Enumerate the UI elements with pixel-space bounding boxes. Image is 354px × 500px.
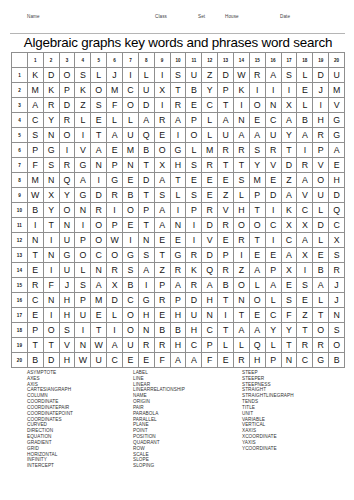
grid-cell-r4c6[interactable]: L [107, 113, 122, 127]
grid-cell-r19c20[interactable]: O [329, 338, 344, 352]
grid-cell-r2c9[interactable]: X [155, 83, 170, 97]
grid-cell-r17c1[interactable]: E [28, 308, 43, 322]
grid-cell-r7c4[interactable]: G [75, 158, 90, 172]
grid-cell-r9c17[interactable]: A [282, 188, 297, 202]
grid-cell-r14c6[interactable]: R [107, 263, 122, 277]
grid-cell-r1c4[interactable]: S [75, 68, 90, 82]
grid-cell-r6c8[interactable]: B [139, 143, 154, 157]
grid-cell-r8c15[interactable]: M [250, 173, 265, 187]
grid-cell-r8c7[interactable]: E [123, 173, 138, 187]
grid-cell-r1c14[interactable]: W [234, 68, 249, 82]
grid-cell-r14c3[interactable]: U [60, 263, 75, 277]
grid-cell-r13c13[interactable]: P [218, 248, 233, 262]
grid-cell-r10c6[interactable]: I [107, 203, 122, 217]
grid-cell-r17c15[interactable]: E [250, 308, 265, 322]
grid-cell-r20c10[interactable]: A [171, 353, 186, 367]
grid-cell-r4c16[interactable]: C [266, 113, 281, 127]
grid-cell-r1c5[interactable]: L [91, 68, 106, 82]
grid-cell-r3c18[interactable]: L [297, 98, 312, 112]
grid-cell-r10c4[interactable]: N [75, 203, 90, 217]
grid-cell-r12c18[interactable]: A [297, 233, 312, 247]
grid-cell-r16c1[interactable]: C [28, 293, 43, 307]
grid-cell-r8c10[interactable]: T [171, 173, 186, 187]
grid-cell-r14c1[interactable]: E [28, 263, 43, 277]
grid-cell-r7c15[interactable]: Y [250, 158, 265, 172]
grid-cell-r18c3[interactable]: S [60, 323, 75, 337]
grid-cell-r13c16[interactable]: E [266, 248, 281, 262]
grid-cell-r3c12[interactable]: C [202, 98, 217, 112]
grid-cell-r7c20[interactable]: E [329, 158, 344, 172]
grid-cell-r14c4[interactable]: L [75, 263, 90, 277]
grid-cell-r17c14[interactable]: T [234, 308, 249, 322]
grid-cell-r2c4[interactable]: K [75, 83, 90, 97]
grid-cell-r1c13[interactable]: D [218, 68, 233, 82]
grid-cell-r1c17[interactable]: S [282, 68, 297, 82]
grid-cell-r13c5[interactable]: C [91, 248, 106, 262]
grid-cell-r15c3[interactable]: J [60, 278, 75, 292]
grid-cell-r5c10[interactable]: I [171, 128, 186, 142]
grid-cell-r5c15[interactable]: A [250, 128, 265, 142]
grid-cell-r9c10[interactable]: L [171, 188, 186, 202]
grid-cell-r15c1[interactable]: R [28, 278, 43, 292]
grid-cell-r4c15[interactable]: E [250, 113, 265, 127]
grid-cell-r19c4[interactable]: N [75, 338, 90, 352]
grid-cell-r11c19[interactable]: D [313, 218, 328, 232]
grid-cell-r2c11[interactable]: B [186, 83, 201, 97]
grid-cell-r5c20[interactable]: G [329, 128, 344, 142]
grid-cell-r20c15[interactable]: H [250, 353, 265, 367]
grid-cell-r6c6[interactable]: E [107, 143, 122, 157]
grid-cell-r15c4[interactable]: S [75, 278, 90, 292]
grid-cell-r15c13[interactable]: B [218, 278, 233, 292]
grid-cell-r10c3[interactable]: O [60, 203, 75, 217]
grid-cell-r8c11[interactable]: E [186, 173, 201, 187]
grid-cell-r5c9[interactable]: E [155, 128, 170, 142]
grid-cell-r5c7[interactable]: U [123, 128, 138, 142]
grid-cell-r19c11[interactable]: C [186, 338, 201, 352]
grid-cell-r16c16[interactable]: L [266, 293, 281, 307]
grid-cell-r18c12[interactable]: C [202, 323, 217, 337]
grid-cell-r2c8[interactable]: U [139, 83, 154, 97]
grid-cell-r6c3[interactable]: I [60, 143, 75, 157]
grid-cell-r9c7[interactable]: B [123, 188, 138, 202]
grid-cell-r9c8[interactable]: T [139, 188, 154, 202]
grid-cell-r15c7[interactable]: B [123, 278, 138, 292]
grid-cell-r6c5[interactable]: A [91, 143, 106, 157]
grid-cell-r1c19[interactable]: D [313, 68, 328, 82]
grid-cell-r18c9[interactable]: B [155, 323, 170, 337]
grid-cell-r11c9[interactable]: A [155, 218, 170, 232]
grid-cell-r12c20[interactable]: X [329, 233, 344, 247]
grid-cell-r9c4[interactable]: G [75, 188, 90, 202]
grid-cell-r12c9[interactable]: E [155, 233, 170, 247]
grid-cell-r8c3[interactable]: Q [60, 173, 75, 187]
grid-cell-r11c12[interactable]: D [202, 218, 217, 232]
grid-cell-r10c19[interactable]: L [313, 203, 328, 217]
grid-cell-r6c18[interactable]: I [297, 143, 312, 157]
grid-cell-r7c19[interactable]: V [313, 158, 328, 172]
grid-cell-r13c7[interactable]: G [123, 248, 138, 262]
grid-cell-r20c16[interactable]: P [266, 353, 281, 367]
grid-cell-r16c3[interactable]: H [60, 293, 75, 307]
grid-cell-r11c18[interactable]: X [297, 218, 312, 232]
grid-cell-r19c16[interactable]: L [266, 338, 281, 352]
grid-cell-r12c17[interactable]: C [282, 233, 297, 247]
grid-cell-r5c1[interactable]: S [28, 128, 43, 142]
grid-cell-r7c9[interactable]: X [155, 158, 170, 172]
grid-cell-r4c2[interactable]: Y [44, 113, 59, 127]
grid-cell-r2c17[interactable]: I [282, 83, 297, 97]
grid-cell-r1c6[interactable]: J [107, 68, 122, 82]
grid-cell-r6c9[interactable]: O [155, 143, 170, 157]
grid-cell-r3c3[interactable]: D [60, 98, 75, 112]
grid-cell-r11c1[interactable]: I [28, 218, 43, 232]
grid-cell-r5c17[interactable]: Y [282, 128, 297, 142]
grid-cell-r19c13[interactable]: L [218, 338, 233, 352]
grid-cell-r20c14[interactable]: R [234, 353, 249, 367]
grid-cell-r18c20[interactable]: S [329, 323, 344, 337]
grid-cell-r3c9[interactable]: I [155, 98, 170, 112]
grid-cell-r1c3[interactable]: O [60, 68, 75, 82]
grid-cell-r14c19[interactable]: B [313, 263, 328, 277]
grid-cell-r3c1[interactable]: A [28, 98, 43, 112]
grid-cell-r3c5[interactable]: S [91, 98, 106, 112]
grid-cell-r9c14[interactable]: L [234, 188, 249, 202]
grid-cell-r10c11[interactable]: P [186, 203, 201, 217]
grid-cell-r3c19[interactable]: I [313, 98, 328, 112]
grid-cell-r4c5[interactable]: E [91, 113, 106, 127]
grid-cell-r17c13[interactable]: I [218, 308, 233, 322]
grid-cell-r10c10[interactable]: I [171, 203, 186, 217]
grid-cell-r11c6[interactable]: P [107, 218, 122, 232]
grid-cell-r19c19[interactable]: R [313, 338, 328, 352]
grid-cell-r17c17[interactable]: F [282, 308, 297, 322]
grid-cell-r6c14[interactable]: R [234, 143, 249, 157]
grid-cell-r4c18[interactable]: B [297, 113, 312, 127]
grid-cell-r6c13[interactable]: R [218, 143, 233, 157]
grid-cell-r6c17[interactable]: T [282, 143, 297, 157]
grid-cell-r14c14[interactable]: Z [234, 263, 249, 277]
grid-cell-r20c3[interactable]: H [60, 353, 75, 367]
grid-cell-r16c2[interactable]: N [44, 293, 59, 307]
grid-cell-r20c12[interactable]: F [202, 353, 217, 367]
grid-cell-r5c6[interactable]: A [107, 128, 122, 142]
grid-cell-r16c15[interactable]: O [250, 293, 265, 307]
grid-cell-r16c20[interactable]: J [329, 293, 344, 307]
grid-cell-r4c12[interactable]: L [202, 113, 217, 127]
grid-cell-r4c20[interactable]: G [329, 113, 344, 127]
grid-cell-r3c10[interactable]: R [171, 98, 186, 112]
grid-cell-r9c11[interactable]: S [186, 188, 201, 202]
grid-cell-r7c6[interactable]: P [107, 158, 122, 172]
grid-cell-r13c4[interactable]: O [75, 248, 90, 262]
grid-cell-r3c14[interactable]: I [234, 98, 249, 112]
grid-cell-r17c2[interactable]: I [44, 308, 59, 322]
grid-cell-r5c11[interactable]: O [186, 128, 201, 142]
grid-cell-r11c4[interactable]: I [75, 218, 90, 232]
grid-cell-r15c9[interactable]: P [155, 278, 170, 292]
grid-cell-r2c15[interactable]: I [250, 83, 265, 97]
grid-cell-r12c7[interactable]: I [123, 233, 138, 247]
grid-cell-r4c8[interactable]: A [139, 113, 154, 127]
grid-cell-r16c14[interactable]: N [234, 293, 249, 307]
grid-cell-r13c1[interactable]: T [28, 248, 43, 262]
grid-cell-r3c13[interactable]: T [218, 98, 233, 112]
grid-cell-r20c11[interactable]: A [186, 353, 201, 367]
grid-cell-r11c20[interactable]: C [329, 218, 344, 232]
grid-cell-r7c10[interactable]: H [171, 158, 186, 172]
grid-cell-r14c16[interactable]: P [266, 263, 281, 277]
grid-cell-r15c20[interactable]: J [329, 278, 344, 292]
grid-cell-r8c19[interactable]: O [313, 173, 328, 187]
grid-cell-r13c10[interactable]: G [171, 248, 186, 262]
grid-cell-r7c16[interactable]: V [266, 158, 281, 172]
grid-cell-r3c7[interactable]: O [123, 98, 138, 112]
grid-cell-r13c18[interactable]: X [297, 248, 312, 262]
grid-cell-r18c11[interactable]: H [186, 323, 201, 337]
grid-cell-r10c16[interactable]: I [266, 203, 281, 217]
grid-cell-r7c17[interactable]: D [282, 158, 297, 172]
grid-cell-r17c10[interactable]: H [171, 308, 186, 322]
grid-cell-r14c18[interactable]: I [297, 263, 312, 277]
grid-cell-r8c2[interactable]: N [44, 173, 59, 187]
grid-cell-r6c7[interactable]: M [123, 143, 138, 157]
grid-cell-r8c14[interactable]: S [234, 173, 249, 187]
grid-cell-r8c16[interactable]: E [266, 173, 281, 187]
grid-cell-r2c19[interactable]: J [313, 83, 328, 97]
grid-cell-r17c3[interactable]: H [60, 308, 75, 322]
grid-cell-r13c3[interactable]: G [60, 248, 75, 262]
grid-cell-r11c16[interactable]: C [266, 218, 281, 232]
grid-cell-r12c8[interactable]: N [139, 233, 154, 247]
grid-cell-r4c11[interactable]: P [186, 113, 201, 127]
grid-cell-r6c19[interactable]: P [313, 143, 328, 157]
grid-cell-r13c2[interactable]: N [44, 248, 59, 262]
grid-cell-r19c6[interactable]: A [107, 338, 122, 352]
grid-cell-r12c14[interactable]: R [234, 233, 249, 247]
grid-cell-r18c6[interactable]: I [107, 323, 122, 337]
grid-cell-r20c7[interactable]: E [123, 353, 138, 367]
grid-cell-r9c18[interactable]: V [297, 188, 312, 202]
grid-cell-r16c8[interactable]: G [139, 293, 154, 307]
grid-cell-r15c2[interactable]: F [44, 278, 59, 292]
grid-cell-r3c17[interactable]: X [282, 98, 297, 112]
grid-cell-r15c19[interactable]: A [313, 278, 328, 292]
grid-cell-r19c2[interactable]: T [44, 338, 59, 352]
grid-cell-r19c14[interactable]: L [234, 338, 249, 352]
grid-cell-r5c14[interactable]: A [234, 128, 249, 142]
grid-cell-r13c17[interactable]: A [282, 248, 297, 262]
grid-cell-r20c17[interactable]: N [282, 353, 297, 367]
grid-cell-r17c11[interactable]: U [186, 308, 201, 322]
grid-cell-r8c6[interactable]: G [107, 173, 122, 187]
grid-cell-r13c6[interactable]: O [107, 248, 122, 262]
grid-cell-r4c14[interactable]: N [234, 113, 249, 127]
grid-cell-r18c17[interactable]: Y [282, 323, 297, 337]
grid-cell-r10c2[interactable]: Y [44, 203, 59, 217]
grid-cell-r13c8[interactable]: S [139, 248, 154, 262]
grid-cell-r12c1[interactable]: N [28, 233, 43, 247]
grid-cell-r18c1[interactable]: P [28, 323, 43, 337]
grid-cell-r9c13[interactable]: Z [218, 188, 233, 202]
grid-cell-r20c4[interactable]: W [75, 353, 90, 367]
grid-cell-r19c10[interactable]: H [171, 338, 186, 352]
grid-cell-r12c13[interactable]: E [218, 233, 233, 247]
grid-cell-r5c2[interactable]: N [44, 128, 59, 142]
grid-cell-r19c5[interactable]: W [91, 338, 106, 352]
grid-cell-r13c11[interactable]: R [186, 248, 201, 262]
grid-cell-r13c20[interactable]: S [329, 248, 344, 262]
grid-cell-r18c14[interactable]: A [234, 323, 249, 337]
grid-cell-r8c8[interactable]: D [139, 173, 154, 187]
grid-cell-r14c10[interactable]: R [171, 263, 186, 277]
grid-cell-r19c1[interactable]: T [28, 338, 43, 352]
grid-cell-r20c20[interactable]: B [329, 353, 344, 367]
grid-cell-r19c12[interactable]: P [202, 338, 217, 352]
grid-cell-r14c9[interactable]: Z [155, 263, 170, 277]
grid-cell-r11c13[interactable]: R [218, 218, 233, 232]
grid-cell-r10c18[interactable]: C [297, 203, 312, 217]
grid-cell-r2c10[interactable]: T [171, 83, 186, 97]
grid-cell-r6c1[interactable]: P [28, 143, 43, 157]
grid-cell-r2c18[interactable]: E [297, 83, 312, 97]
grid-cell-r8c17[interactable]: Z [282, 173, 297, 187]
grid-cell-r12c12[interactable]: V [202, 233, 217, 247]
grid-cell-r4c17[interactable]: A [282, 113, 297, 127]
grid-cell-r12c10[interactable]: E [171, 233, 186, 247]
grid-cell-r7c8[interactable]: T [139, 158, 154, 172]
grid-cell-r14c13[interactable]: R [218, 263, 233, 277]
grid-cell-r18c15[interactable]: A [250, 323, 265, 337]
grid-cell-r12c5[interactable]: O [91, 233, 106, 247]
grid-cell-r6c11[interactable]: L [186, 143, 201, 157]
grid-cell-r1c10[interactable]: S [171, 68, 186, 82]
grid-cell-r14c7[interactable]: S [123, 263, 138, 277]
grid-cell-r6c2[interactable]: G [44, 143, 59, 157]
grid-cell-r12c3[interactable]: U [60, 233, 75, 247]
grid-cell-r16c9[interactable]: R [155, 293, 170, 307]
grid-cell-r13c12[interactable]: D [202, 248, 217, 262]
grid-cell-r8c1[interactable]: M [28, 173, 43, 187]
grid-cell-r16c4[interactable]: P [75, 293, 90, 307]
grid-cell-r3c20[interactable]: V [329, 98, 344, 112]
grid-cell-r16c10[interactable]: P [171, 293, 186, 307]
grid-cell-r1c11[interactable]: U [186, 68, 201, 82]
grid-cell-r4c4[interactable]: L [75, 113, 90, 127]
grid-cell-r5c5[interactable]: T [91, 128, 106, 142]
grid-cell-r18c8[interactable]: N [139, 323, 154, 337]
grid-cell-r15c6[interactable]: X [107, 278, 122, 292]
grid-cell-r6c4[interactable]: V [75, 143, 90, 157]
grid-cell-r7c7[interactable]: N [123, 158, 138, 172]
grid-cell-r4c1[interactable]: C [28, 113, 43, 127]
grid-cell-r15c17[interactable]: E [282, 278, 297, 292]
grid-cell-r1c8[interactable]: L [139, 68, 154, 82]
grid-cell-r14c12[interactable]: Q [202, 263, 217, 277]
grid-cell-r9c20[interactable]: D [329, 188, 344, 202]
grid-cell-r18c7[interactable]: O [123, 323, 138, 337]
grid-cell-r10c17[interactable]: K [282, 203, 297, 217]
grid-cell-r2c7[interactable]: C [123, 83, 138, 97]
grid-cell-r14c15[interactable]: A [250, 263, 265, 277]
grid-cell-r14c20[interactable]: R [329, 263, 344, 277]
grid-cell-r1c12[interactable]: Z [202, 68, 217, 82]
grid-cell-r17c7[interactable]: O [123, 308, 138, 322]
grid-cell-r2c2[interactable]: K [44, 83, 59, 97]
grid-cell-r15c10[interactable]: A [171, 278, 186, 292]
grid-cell-r18c5[interactable]: T [91, 323, 106, 337]
grid-cell-r9c5[interactable]: D [91, 188, 106, 202]
grid-cell-r10c8[interactable]: P [139, 203, 154, 217]
grid-cell-r17c6[interactable]: L [107, 308, 122, 322]
grid-cell-r16c13[interactable]: T [218, 293, 233, 307]
grid-cell-r1c9[interactable]: I [155, 68, 170, 82]
grid-cell-r2c1[interactable]: M [28, 83, 43, 97]
grid-cell-r1c7[interactable]: I [123, 68, 138, 82]
grid-cell-r3c11[interactable]: E [186, 98, 201, 112]
grid-cell-r8c20[interactable]: H [329, 173, 344, 187]
grid-cell-r20c5[interactable]: U [91, 353, 106, 367]
grid-cell-r20c2[interactable]: D [44, 353, 59, 367]
grid-cell-r1c15[interactable]: R [250, 68, 265, 82]
grid-cell-r18c19[interactable]: O [313, 323, 328, 337]
grid-cell-r12c6[interactable]: W [107, 233, 122, 247]
grid-cell-r1c18[interactable]: L [297, 68, 312, 82]
grid-cell-r12c19[interactable]: L [313, 233, 328, 247]
grid-cell-r17c5[interactable]: E [91, 308, 106, 322]
grid-cell-r12c11[interactable]: I [186, 233, 201, 247]
grid-cell-r9c3[interactable]: Y [60, 188, 75, 202]
grid-cell-r20c8[interactable]: E [139, 353, 154, 367]
grid-cell-r13c15[interactable]: E [250, 248, 265, 262]
grid-cell-r5c8[interactable]: Q [139, 128, 154, 142]
grid-cell-r11c14[interactable]: O [234, 218, 249, 232]
grid-cell-r12c15[interactable]: T [250, 233, 265, 247]
grid-cell-r10c15[interactable]: T [250, 203, 265, 217]
grid-cell-r1c16[interactable]: A [266, 68, 281, 82]
grid-cell-r17c20[interactable]: N [329, 308, 344, 322]
grid-cell-r20c19[interactable]: G [313, 353, 328, 367]
grid-cell-r19c9[interactable]: R [155, 338, 170, 352]
grid-cell-r1c20[interactable]: U [329, 68, 344, 82]
grid-cell-r20c13[interactable]: E [218, 353, 233, 367]
grid-cell-r9c16[interactable]: D [266, 188, 281, 202]
grid-cell-r3c6[interactable]: F [107, 98, 122, 112]
grid-cell-r10c7[interactable]: O [123, 203, 138, 217]
grid-cell-r11c17[interactable]: X [282, 218, 297, 232]
grid-cell-r4c3[interactable]: R [60, 113, 75, 127]
grid-cell-r7c1[interactable]: F [28, 158, 43, 172]
grid-cell-r9c6[interactable]: R [107, 188, 122, 202]
grid-cell-r18c2[interactable]: O [44, 323, 59, 337]
grid-cell-r19c15[interactable]: Q [250, 338, 265, 352]
grid-cell-r4c9[interactable]: R [155, 113, 170, 127]
grid-cell-r15c15[interactable]: L [250, 278, 265, 292]
grid-cell-r11c5[interactable]: O [91, 218, 106, 232]
grid-cell-r11c11[interactable]: I [186, 218, 201, 232]
grid-cell-r7c11[interactable]: S [186, 158, 201, 172]
grid-cell-r8c9[interactable]: A [155, 173, 170, 187]
grid-cell-r7c3[interactable]: R [60, 158, 75, 172]
grid-cell-r14c2[interactable]: I [44, 263, 59, 277]
grid-cell-r7c18[interactable]: R [297, 158, 312, 172]
grid-cell-r6c12[interactable]: M [202, 143, 217, 157]
grid-cell-r15c12[interactable]: A [202, 278, 217, 292]
grid-cell-r6c16[interactable]: R [266, 143, 281, 157]
grid-cell-r18c13[interactable]: T [218, 323, 233, 337]
grid-cell-r10c1[interactable]: B [28, 203, 43, 217]
grid-cell-r19c7[interactable]: U [123, 338, 138, 352]
